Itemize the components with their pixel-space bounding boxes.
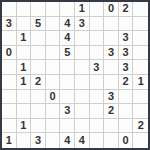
cell-r4c3[interactable] <box>31 46 46 61</box>
cell-r2c4[interactable] <box>46 17 61 32</box>
cell-r4c10[interactable] <box>133 46 148 61</box>
cell-r2c1-clue: 3 <box>2 17 17 32</box>
cell-r2c5-clue: 4 <box>60 17 75 32</box>
cell-r9c1[interactable] <box>2 119 17 134</box>
cell-r10c9-clue: 0 <box>119 133 134 148</box>
cell-r7c10[interactable] <box>133 90 148 105</box>
cell-r8c6[interactable] <box>75 104 90 119</box>
cell-r5c2-clue: 1 <box>17 60 32 75</box>
cell-r9c6[interactable] <box>75 119 90 134</box>
cell-r8c2[interactable] <box>17 104 32 119</box>
cell-r9c5[interactable] <box>60 119 75 134</box>
cell-r1c6-clue: 1 <box>75 2 90 17</box>
cell-r9c10-clue: 2 <box>133 119 148 134</box>
cell-r1c2[interactable] <box>17 2 32 17</box>
cell-r5c6[interactable] <box>75 60 90 75</box>
cell-r6c8[interactable] <box>104 75 119 90</box>
cell-r8c3[interactable] <box>31 104 46 119</box>
cell-r10c8[interactable] <box>104 133 119 148</box>
cell-r1c3[interactable] <box>31 2 46 17</box>
cell-r5c1[interactable] <box>2 60 17 75</box>
cell-r6c6[interactable] <box>75 75 90 90</box>
cell-r4c1-clue: 0 <box>2 46 17 61</box>
cell-r2c2[interactable] <box>17 17 32 32</box>
cell-r7c8-clue: 3 <box>104 90 119 105</box>
cell-r7c5[interactable] <box>60 90 75 105</box>
cell-r7c2[interactable] <box>17 90 32 105</box>
cell-r6c4[interactable] <box>46 75 61 90</box>
cell-r3c3[interactable] <box>31 31 46 46</box>
cell-r5c7-clue: 3 <box>90 60 105 75</box>
cell-r5c5[interactable] <box>60 60 75 75</box>
cell-r4c4[interactable] <box>46 46 61 61</box>
cell-r6c3-clue: 2 <box>31 75 46 90</box>
cell-r8c9[interactable] <box>119 104 134 119</box>
cell-r10c10[interactable] <box>133 133 148 148</box>
cell-r10c2[interactable] <box>17 133 32 148</box>
cell-r2c9[interactable] <box>119 17 134 32</box>
cell-r5c4[interactable] <box>46 60 61 75</box>
cell-r6c1[interactable] <box>2 75 17 90</box>
cell-r4c2[interactable] <box>17 46 32 61</box>
cell-r8c10[interactable] <box>133 104 148 119</box>
cell-r3c1[interactable] <box>2 31 17 46</box>
cell-r8c1[interactable] <box>2 104 17 119</box>
cell-r5c8[interactable] <box>104 60 119 75</box>
cell-r1c1[interactable] <box>2 2 17 17</box>
cell-r6c7[interactable] <box>90 75 105 90</box>
cell-r3c5-clue: 4 <box>60 31 75 46</box>
cell-r4c9-clue: 3 <box>119 46 134 61</box>
cell-r10c3-clue: 3 <box>31 133 46 148</box>
cell-r3c10[interactable] <box>133 31 148 46</box>
cell-r9c2-clue: 1 <box>17 119 32 134</box>
cell-r1c10[interactable] <box>133 2 148 17</box>
cell-r8c5-clue: 3 <box>60 104 75 119</box>
cell-r7c3[interactable] <box>31 90 46 105</box>
cell-r5c9-clue: 3 <box>119 60 134 75</box>
cell-r10c6-clue: 4 <box>75 133 90 148</box>
cell-r10c5-clue: 4 <box>60 133 75 148</box>
cell-r10c7[interactable] <box>90 133 105 148</box>
cell-r7c9[interactable] <box>119 90 134 105</box>
cell-r6c9-clue: 2 <box>119 75 134 90</box>
cell-r1c8-clue: 0 <box>104 2 119 17</box>
cell-r6c5[interactable] <box>60 75 75 90</box>
cell-r7c4-clue: 0 <box>46 90 61 105</box>
cell-r1c9-clue: 2 <box>119 2 134 17</box>
cell-r7c1[interactable] <box>2 90 17 105</box>
cell-r4c5-clue: 5 <box>60 46 75 61</box>
puzzle-board: 10235431430533133122103321213440 <box>0 0 150 150</box>
cell-r9c9[interactable] <box>119 119 134 134</box>
cell-r7c6[interactable] <box>75 90 90 105</box>
cell-r10c1-clue: 1 <box>2 133 17 148</box>
cell-r4c7[interactable] <box>90 46 105 61</box>
cell-r2c7[interactable] <box>90 17 105 32</box>
cell-r6c2-clue: 1 <box>17 75 32 90</box>
cell-r3c4[interactable] <box>46 31 61 46</box>
cell-r3c9-clue: 3 <box>119 31 134 46</box>
cell-r9c3[interactable] <box>31 119 46 134</box>
cell-r4c6[interactable] <box>75 46 90 61</box>
cell-r3c7[interactable] <box>90 31 105 46</box>
cell-r3c8[interactable] <box>104 31 119 46</box>
cell-r2c3-clue: 5 <box>31 17 46 32</box>
cell-r6c10-clue: 1 <box>133 75 148 90</box>
cell-r5c3[interactable] <box>31 60 46 75</box>
cell-r9c7[interactable] <box>90 119 105 134</box>
cell-r1c7[interactable] <box>90 2 105 17</box>
cell-r9c8[interactable] <box>104 119 119 134</box>
cell-r1c5[interactable] <box>60 2 75 17</box>
cell-r2c6-clue: 3 <box>75 17 90 32</box>
cell-r4c8-clue: 3 <box>104 46 119 61</box>
cell-r8c4[interactable] <box>46 104 61 119</box>
cell-r2c8[interactable] <box>104 17 119 32</box>
cell-r7c7[interactable] <box>90 90 105 105</box>
cell-r9c4[interactable] <box>46 119 61 134</box>
cell-r2c10[interactable] <box>133 17 148 32</box>
cell-r8c7[interactable] <box>90 104 105 119</box>
cell-r3c6[interactable] <box>75 31 90 46</box>
cell-r1c4[interactable] <box>46 2 61 17</box>
cell-r8c8-clue: 2 <box>104 104 119 119</box>
cell-r10c4[interactable] <box>46 133 61 148</box>
cell-r5c10[interactable] <box>133 60 148 75</box>
cell-r3c2-clue: 1 <box>17 31 32 46</box>
